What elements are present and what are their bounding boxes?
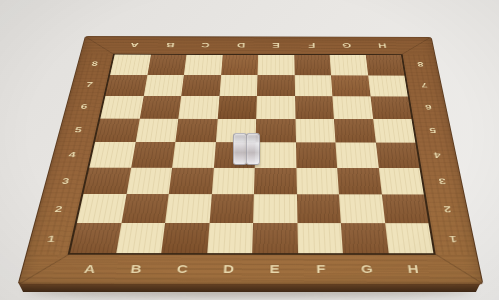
square-f7 — [294, 75, 332, 96]
square-h3 — [378, 168, 423, 195]
ranks-label-left-4: 4 — [50, 142, 93, 168]
square-a5 — [95, 118, 139, 142]
square-b1 — [116, 223, 165, 253]
square-h6 — [370, 96, 411, 118]
square-a4 — [89, 142, 135, 167]
frosted-object-left-half — [233, 133, 247, 165]
square-b5 — [135, 118, 178, 142]
square-f3 — [296, 168, 339, 195]
files-label-top-h: H — [363, 37, 401, 54]
files-label-bottom-h: H — [388, 255, 438, 284]
ranks-label-left-6: 6 — [64, 95, 104, 118]
square-c2 — [165, 194, 211, 223]
frosted-translucent-object — [233, 131, 260, 164]
square-c7 — [181, 75, 221, 96]
files-label-bottom-e: E — [251, 255, 298, 284]
ranks-label-right-1: 1 — [431, 224, 477, 255]
square-c1 — [161, 223, 209, 253]
square-d3 — [211, 167, 254, 194]
ranks-label-left-3: 3 — [43, 168, 87, 195]
square-e3 — [254, 168, 297, 195]
square-a8 — [110, 55, 150, 75]
files-label-bottom-b: B — [110, 255, 161, 284]
ranks-label-left-8: 8 — [76, 53, 114, 73]
square-d8 — [221, 55, 258, 75]
square-e8 — [258, 55, 295, 75]
square-a6 — [100, 96, 143, 119]
ranks-label-right-8: 8 — [403, 54, 439, 74]
square-c6 — [178, 96, 219, 119]
files-label-bottom-a: A — [63, 255, 115, 284]
square-e1 — [252, 223, 297, 253]
square-a1 — [70, 223, 121, 253]
square-d1 — [207, 223, 253, 253]
square-h2 — [381, 194, 428, 223]
square-d2 — [209, 194, 254, 223]
square-g2 — [339, 194, 385, 223]
square-g3 — [337, 168, 381, 195]
square-b2 — [121, 194, 169, 223]
files-label-bottom-f: F — [298, 255, 345, 284]
square-d6 — [217, 96, 257, 119]
square-h4 — [375, 143, 419, 168]
square-a7 — [105, 75, 147, 96]
ranks-label-right-4: 4 — [417, 143, 458, 169]
files-label-top-g: G — [328, 37, 365, 54]
square-f8 — [294, 55, 331, 75]
files-label-top-e: E — [258, 37, 294, 54]
ranks-label-right-2: 2 — [426, 195, 470, 224]
square-e7 — [257, 75, 295, 96]
square-g4 — [335, 142, 378, 167]
ranks-label-left-7: 7 — [70, 74, 109, 96]
square-f4 — [295, 142, 337, 167]
ranks-label-right-5: 5 — [413, 119, 453, 143]
files-label-top-a: A — [115, 37, 154, 54]
square-e4 — [255, 142, 296, 167]
square-e5 — [255, 119, 295, 143]
ranks-label-right-7: 7 — [406, 75, 443, 96]
square-f1 — [297, 223, 343, 253]
square-d7 — [219, 75, 257, 96]
files-label-bottom-c: C — [157, 255, 206, 284]
ranks-label-right-6: 6 — [409, 96, 447, 119]
ranks-label-left-2: 2 — [35, 195, 81, 224]
square-c4 — [172, 142, 215, 167]
square-b4 — [131, 142, 176, 167]
files-label-bottom-d: D — [204, 255, 252, 284]
square-h1 — [385, 223, 434, 253]
files-label-bottom-g: G — [343, 255, 392, 284]
square-b3 — [126, 167, 172, 194]
square-c8 — [184, 55, 222, 75]
square-h8 — [365, 55, 404, 75]
square-b8 — [147, 55, 186, 75]
file-labels-bottom: ABCDEFGH — [19, 255, 482, 284]
square-e6 — [256, 96, 295, 118]
square-g5 — [334, 119, 376, 143]
square-g7 — [331, 75, 370, 96]
square-f6 — [295, 96, 334, 118]
ranks-label-left-1: 1 — [27, 224, 75, 255]
photo-of-chessboard: ABCDEFGH ABCDEFGH 87654321 87654321 — [0, 0, 499, 300]
square-c5 — [175, 118, 217, 142]
square-h5 — [373, 119, 416, 143]
square-g1 — [341, 223, 388, 253]
square-h7 — [368, 75, 408, 96]
square-c3 — [169, 167, 214, 194]
files-label-top-b: B — [151, 37, 189, 54]
files-label-top-d: D — [222, 37, 258, 54]
ranks-label-right-3: 3 — [421, 168, 463, 195]
file-labels-top: ABCDEFGH — [81, 36, 434, 54]
square-g8 — [330, 55, 368, 75]
square-a3 — [83, 167, 130, 194]
square-b6 — [139, 96, 181, 119]
files-label-top-c: C — [187, 37, 224, 54]
files-label-top-f: F — [294, 37, 330, 54]
square-g6 — [332, 96, 372, 118]
square-e2 — [253, 194, 297, 223]
square-a2 — [77, 194, 126, 223]
square-f2 — [296, 194, 340, 223]
ranks-label-left-5: 5 — [57, 118, 98, 142]
square-f5 — [295, 119, 335, 143]
frosted-object-right-half — [246, 133, 260, 165]
square-b7 — [143, 75, 184, 96]
